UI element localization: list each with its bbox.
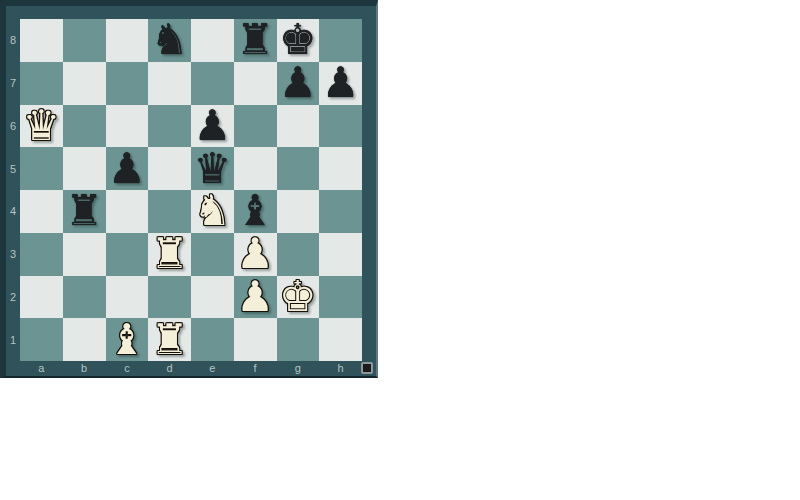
piece-white-pawn[interactable]: ♟ — [236, 276, 274, 318]
rank-label-7: 7 — [6, 62, 20, 105]
square-e6[interactable]: ♟ — [191, 105, 234, 148]
rank-label-8: 8 — [6, 19, 20, 62]
square-d5[interactable] — [148, 147, 191, 190]
square-b7[interactable] — [63, 62, 106, 105]
square-d8[interactable]: ♞ — [148, 19, 191, 62]
square-c2[interactable] — [106, 276, 149, 319]
square-b8[interactable] — [63, 19, 106, 62]
square-c5[interactable]: ♟ — [106, 147, 149, 190]
square-b6[interactable] — [63, 105, 106, 148]
piece-black-king[interactable]: ♚ — [279, 19, 317, 61]
piece-black-pawn[interactable]: ♟ — [322, 62, 360, 104]
square-h4[interactable] — [319, 190, 362, 233]
rank-label-6: 6 — [6, 105, 20, 148]
file-label-a: a — [20, 361, 63, 375]
square-h1[interactable] — [319, 318, 362, 361]
square-f6[interactable] — [234, 105, 277, 148]
piece-black-knight[interactable]: ♞ — [151, 19, 189, 61]
square-e4[interactable]: ♞ — [191, 190, 234, 233]
file-label-b: b — [63, 361, 106, 375]
square-g3[interactable] — [277, 233, 320, 276]
piece-black-rook[interactable]: ♜ — [65, 190, 103, 232]
piece-black-rook[interactable]: ♜ — [236, 19, 274, 61]
square-f4[interactable]: ♝ — [234, 190, 277, 233]
square-d7[interactable] — [148, 62, 191, 105]
square-c6[interactable] — [106, 105, 149, 148]
square-a7[interactable] — [20, 62, 63, 105]
rank-label-2: 2 — [6, 276, 20, 319]
square-f3[interactable]: ♟ — [234, 233, 277, 276]
square-g4[interactable] — [277, 190, 320, 233]
square-h6[interactable] — [319, 105, 362, 148]
piece-white-king[interactable]: ♚ — [279, 276, 317, 318]
square-c7[interactable] — [106, 62, 149, 105]
square-h7[interactable]: ♟ — [319, 62, 362, 105]
square-e5[interactable]: ♛ — [191, 147, 234, 190]
square-a3[interactable] — [20, 233, 63, 276]
square-g5[interactable] — [277, 147, 320, 190]
square-e3[interactable] — [191, 233, 234, 276]
square-g1[interactable] — [277, 318, 320, 361]
piece-white-rook[interactable]: ♜ — [151, 319, 189, 361]
piece-black-bishop[interactable]: ♝ — [236, 190, 274, 232]
square-h5[interactable] — [319, 147, 362, 190]
square-d4[interactable] — [148, 190, 191, 233]
piece-white-rook[interactable]: ♜ — [151, 233, 189, 275]
square-b5[interactable] — [63, 147, 106, 190]
square-b4[interactable]: ♜ — [63, 190, 106, 233]
square-a8[interactable] — [20, 19, 63, 62]
file-label-c: c — [106, 361, 149, 375]
square-a6[interactable]: ♛ — [20, 105, 63, 148]
square-b1[interactable] — [63, 318, 106, 361]
square-a1[interactable] — [20, 318, 63, 361]
piece-white-pawn[interactable]: ♟ — [236, 233, 274, 275]
piece-white-queen[interactable]: ♛ — [23, 105, 61, 147]
piece-white-bishop[interactable]: ♝ — [108, 319, 146, 361]
square-c3[interactable] — [106, 233, 149, 276]
piece-black-pawn[interactable]: ♟ — [108, 148, 146, 190]
square-a2[interactable] — [20, 276, 63, 319]
square-d2[interactable] — [148, 276, 191, 319]
piece-black-queen[interactable]: ♛ — [194, 148, 232, 190]
square-a4[interactable] — [20, 190, 63, 233]
square-b3[interactable] — [63, 233, 106, 276]
board-corner-icon[interactable] — [361, 362, 373, 374]
square-b2[interactable] — [63, 276, 106, 319]
file-label-f: f — [234, 361, 277, 375]
square-f7[interactable] — [234, 62, 277, 105]
square-h3[interactable] — [319, 233, 362, 276]
square-f8[interactable]: ♜ — [234, 19, 277, 62]
square-c8[interactable] — [106, 19, 149, 62]
piece-white-knight[interactable]: ♞ — [194, 190, 232, 232]
square-g6[interactable] — [277, 105, 320, 148]
chess-board[interactable]: ♞♜♚♟♟♛♟♟♛♜♞♝♜♟♟♚♝♜ — [20, 19, 362, 361]
square-d1[interactable]: ♜ — [148, 318, 191, 361]
square-g8[interactable]: ♚ — [277, 19, 320, 62]
file-labels: abcdefgh — [20, 361, 362, 375]
square-g2[interactable]: ♚ — [277, 276, 320, 319]
rank-labels: 87654321 — [6, 19, 20, 361]
piece-black-pawn[interactable]: ♟ — [279, 62, 317, 104]
square-d6[interactable] — [148, 105, 191, 148]
piece-black-pawn[interactable]: ♟ — [194, 105, 232, 147]
file-label-g: g — [277, 361, 320, 375]
rank-label-5: 5 — [6, 147, 20, 190]
square-e2[interactable] — [191, 276, 234, 319]
square-c1[interactable]: ♝ — [106, 318, 149, 361]
square-h2[interactable] — [319, 276, 362, 319]
square-e8[interactable] — [191, 19, 234, 62]
page-background: 87654321 ♞♜♚♟♟♛♟♟♛♜♞♝♜♟♟♚♝♜ abcdefgh — [0, 0, 800, 500]
square-e7[interactable] — [191, 62, 234, 105]
chess-board-frame: 87654321 ♞♜♚♟♟♛♟♟♛♜♞♝♜♟♟♚♝♜ abcdefgh — [0, 0, 378, 378]
square-f1[interactable] — [234, 318, 277, 361]
file-label-e: e — [191, 361, 234, 375]
rank-label-4: 4 — [6, 190, 20, 233]
square-f5[interactable] — [234, 147, 277, 190]
square-g7[interactable]: ♟ — [277, 62, 320, 105]
square-f2[interactable]: ♟ — [234, 276, 277, 319]
square-h8[interactable] — [319, 19, 362, 62]
file-label-d: d — [148, 361, 191, 375]
rank-label-1: 1 — [6, 318, 20, 361]
square-e1[interactable] — [191, 318, 234, 361]
square-a5[interactable] — [20, 147, 63, 190]
square-c4[interactable] — [106, 190, 149, 233]
square-d3[interactable]: ♜ — [148, 233, 191, 276]
file-label-h: h — [319, 361, 362, 375]
rank-label-3: 3 — [6, 233, 20, 276]
